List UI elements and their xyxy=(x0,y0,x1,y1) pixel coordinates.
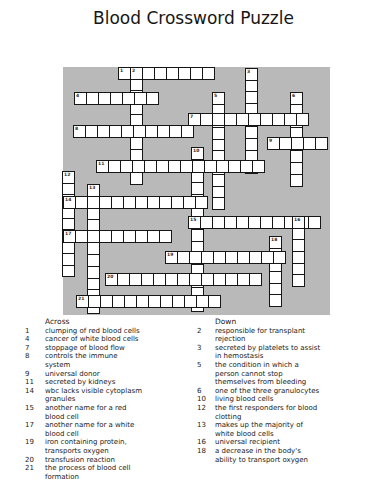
clue-number: 17 xyxy=(65,231,71,236)
clue-number: 15 xyxy=(190,217,196,222)
word-7-across: 7 xyxy=(188,113,309,126)
clue-item-text: living blood cells xyxy=(215,395,382,404)
clue-item: 15another name for a red blood cell xyxy=(25,404,193,421)
page-title: Blood Crossword Puzzle xyxy=(0,8,387,28)
word-14-across: 14 xyxy=(63,196,208,209)
clue-number: 19 xyxy=(167,252,173,257)
clue-item-number: 14 xyxy=(25,387,45,396)
word-21-across: 21 xyxy=(76,295,221,308)
grid-cell[interactable] xyxy=(273,251,286,264)
clue-number: 2 xyxy=(132,68,135,73)
clue-item-number: 16 xyxy=(197,438,215,447)
grid-cell[interactable] xyxy=(269,294,282,307)
clue-item-number: 11 xyxy=(25,378,45,387)
clue-number: 21 xyxy=(78,296,84,301)
clue-item-number: 8 xyxy=(25,352,45,361)
clue-item: 2responsible for transplant rejection xyxy=(197,327,382,344)
clue-item: 18a decrease in the body's ability to tr… xyxy=(197,447,382,464)
word-8-across: 8 xyxy=(73,125,194,138)
grid-cell[interactable] xyxy=(146,92,159,105)
clue-item: 1clumping of red blood cells xyxy=(25,327,193,336)
word-16-down: 16 xyxy=(292,216,305,287)
grid-cell[interactable] xyxy=(296,113,309,126)
clue-item: 4cancer of white blood cells xyxy=(25,335,193,344)
across-clue-list: 1clumping of red blood cells4cancer of w… xyxy=(25,327,193,482)
clue-item-text: the condition in which a person cannot s… xyxy=(215,361,382,387)
clue-item: 8controls the immune system xyxy=(25,352,193,369)
word-9-across: 9 xyxy=(267,137,328,150)
clue-number: 20 xyxy=(107,274,113,279)
clue-item-number: 4 xyxy=(25,335,45,344)
grid-cell[interactable] xyxy=(130,172,143,185)
clue-number: 13 xyxy=(89,185,95,190)
clue-item: 19iron containing protein, transports ox… xyxy=(25,438,193,455)
clue-item: 21the process of blood cell formation xyxy=(25,464,193,481)
across-header: Across xyxy=(45,318,193,327)
clue-item: 9universal donor xyxy=(25,370,193,379)
clue-item-text: makes up the majority of white blood cel… xyxy=(215,421,382,438)
crossword-board: 123456789101112131415161718192021 xyxy=(63,67,330,315)
clue-item-number: 7 xyxy=(25,344,45,353)
clue-number: 10 xyxy=(193,148,199,153)
grid-cell[interactable] xyxy=(252,160,265,173)
clue-item-number: 6 xyxy=(197,387,215,396)
clue-item: 17another name for a white blood cell xyxy=(25,421,193,438)
clue-item-text: stoppage of blood flow xyxy=(45,344,193,353)
clue-item-text: secreted by kidneys xyxy=(45,378,193,387)
word-17-across: 17 xyxy=(63,230,172,243)
clue-number: 3 xyxy=(247,69,250,74)
grid-cell[interactable] xyxy=(181,125,194,138)
grid-cell[interactable] xyxy=(249,273,262,286)
grid-cell[interactable] xyxy=(308,216,321,229)
clue-item-text: universal donor xyxy=(45,370,193,379)
clue-item-text: universal recipient xyxy=(215,438,382,447)
down-header: Down xyxy=(215,318,382,327)
word-20-across: 20 xyxy=(105,273,262,286)
clue-number: 7 xyxy=(190,114,193,119)
down-clues-column: Down 2responsible for transplant rejecti… xyxy=(197,318,382,464)
clue-number: 11 xyxy=(98,161,104,166)
grid-cell[interactable] xyxy=(212,197,225,210)
clue-item-text: cancer of white blood cells xyxy=(45,335,193,344)
clue-item-text: the process of blood cell formation xyxy=(45,464,193,481)
clue-item-text: a decrease in the body's ability to tran… xyxy=(215,447,382,464)
clue-item-number: 2 xyxy=(197,327,215,336)
clue-item-text: the first responders for blood clotting xyxy=(215,404,382,421)
word-19-across: 19 xyxy=(165,251,286,264)
grid-cell[interactable] xyxy=(292,274,305,287)
clue-item-number: 21 xyxy=(25,464,45,473)
grid-cell[interactable] xyxy=(315,137,328,150)
clue-item-text: another name for a red blood cell xyxy=(45,404,193,421)
grid-cell[interactable] xyxy=(290,174,303,187)
clue-number: 14 xyxy=(65,197,71,202)
word-12-down: 12 xyxy=(62,171,75,277)
clue-item: 13makes up the majority of white blood c… xyxy=(197,421,382,438)
clue-item-text: wbc lacks visible cytoplasm granules xyxy=(45,387,193,404)
word-11-across: 11 xyxy=(96,160,265,173)
clue-item-text: one of the three granulocytes xyxy=(215,387,382,396)
clue-item: 7stoppage of blood flow xyxy=(25,344,193,353)
clue-item-text: responsible for transplant rejection xyxy=(215,327,382,344)
clue-item: 3secreted by platelets to assist in hemo… xyxy=(197,344,382,361)
clue-item-number: 3 xyxy=(197,344,215,353)
clue-item: 12the first responders for blood clottin… xyxy=(197,404,382,421)
clue-item: 20transfusion reaction xyxy=(25,456,193,465)
clue-number: 6 xyxy=(292,93,295,98)
word-4-across: 4 xyxy=(74,92,159,105)
clue-number: 9 xyxy=(269,138,272,143)
grid-cell[interactable] xyxy=(208,295,221,308)
clue-number: 1 xyxy=(120,68,123,73)
grid-cell[interactable] xyxy=(195,196,208,209)
clue-item-number: 12 xyxy=(197,404,215,413)
clue-item-text: controls the immune system xyxy=(45,352,193,369)
clue-item-number: 15 xyxy=(25,404,45,413)
clue-item: 10living blood cells xyxy=(197,395,382,404)
clue-item-number: 9 xyxy=(25,370,45,379)
grid-cell[interactable] xyxy=(62,265,75,278)
clue-item-text: clumping of red blood cells xyxy=(45,327,193,336)
clue-item-number: 17 xyxy=(25,421,45,430)
word-5-down: 5 xyxy=(212,92,225,210)
clue-item-number: 20 xyxy=(25,456,45,465)
across-clues-column: Across 1clumping of red blood cells4canc… xyxy=(25,318,193,481)
clue-item-text: secreted by platelets to assist in hemos… xyxy=(215,344,382,361)
clue-item-number: 19 xyxy=(25,438,45,447)
clue-number: 5 xyxy=(214,93,217,98)
down-clue-list: 2responsible for transplant rejection3se… xyxy=(197,327,382,465)
clue-item-text: iron containing protein, transports oxyg… xyxy=(45,438,193,455)
clue-number: 8 xyxy=(75,126,78,131)
clue-item: 16universal recipient xyxy=(197,438,382,447)
clue-item-number: 10 xyxy=(197,395,215,404)
clue-item-number: 1 xyxy=(25,327,45,336)
clue-item-text: transfusion reaction xyxy=(45,456,193,465)
clue-number: 4 xyxy=(76,93,79,98)
clue-item: 11secreted by kidneys xyxy=(25,378,193,387)
word-18-down: 18 xyxy=(269,236,282,307)
clue-item-number: 5 xyxy=(197,361,215,370)
grid-cell[interactable] xyxy=(202,67,215,80)
clue-item-number: 18 xyxy=(197,447,215,456)
clue-number: 18 xyxy=(271,237,277,242)
clue-item-number: 13 xyxy=(197,421,215,430)
clue-item-text: another name for a white blood cell xyxy=(45,421,193,438)
clue-number: 12 xyxy=(64,172,70,177)
clue-item: 14wbc lacks visible cytoplasm granules xyxy=(25,387,193,404)
clue-number: 16 xyxy=(294,217,300,222)
clue-item: 5the condition in which a person cannot … xyxy=(197,361,382,387)
clue-item: 6one of the three granulocytes xyxy=(197,387,382,396)
grid-cell[interactable] xyxy=(159,230,172,243)
